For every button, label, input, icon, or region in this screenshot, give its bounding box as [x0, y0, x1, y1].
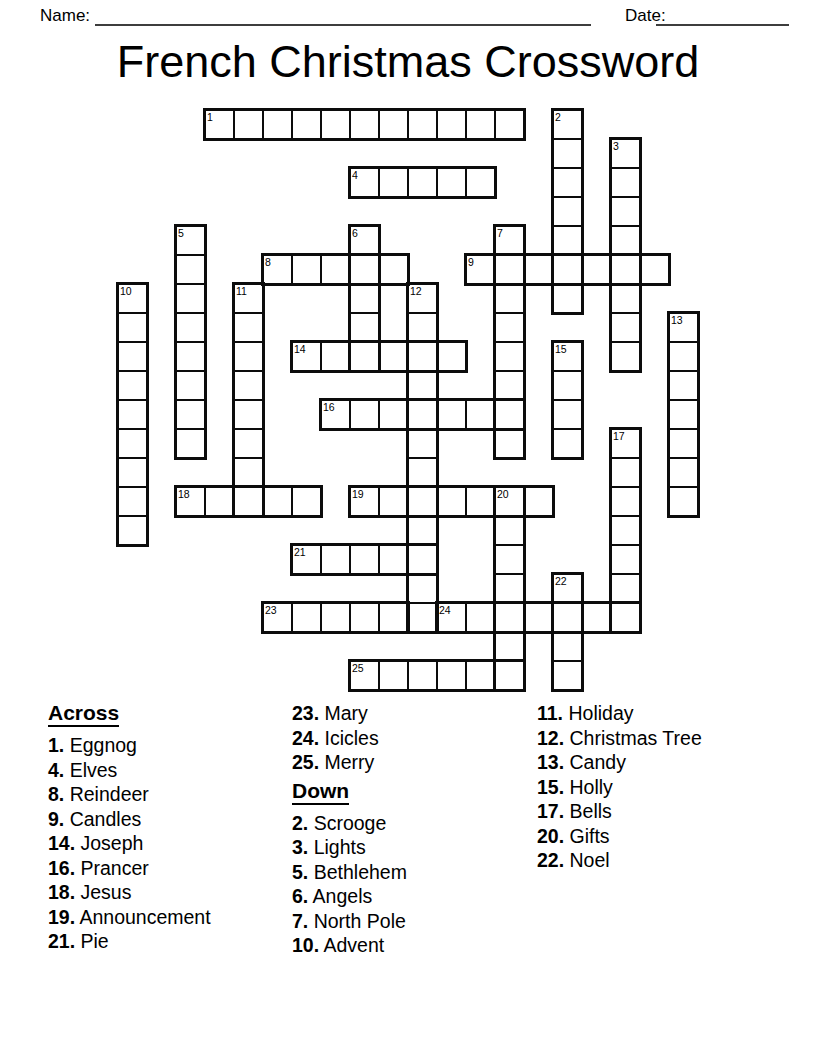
grid-cell[interactable] [175, 428, 206, 459]
clue-number: 6. [292, 885, 308, 907]
grid-cell[interactable] [349, 602, 380, 633]
grid-cell[interactable] [668, 486, 699, 517]
clue-number: 10. [292, 934, 319, 956]
clue-number: 14. [48, 832, 75, 854]
clue-14-across: 14. Joseph [48, 831, 293, 856]
grid-cell[interactable] [436, 399, 467, 430]
grid-cell[interactable] [291, 341, 322, 372]
grid-cell[interactable] [610, 167, 641, 198]
grid-cell[interactable] [407, 428, 438, 459]
clue-number: 20. [537, 825, 564, 847]
grid-cell[interactable] [378, 167, 409, 198]
grid-cell[interactable] [581, 602, 612, 633]
grid-cell[interactable] [291, 544, 322, 575]
grid-cell[interactable] [117, 515, 148, 546]
clue-number: 4. [48, 759, 64, 781]
clue-number: 8. [48, 783, 64, 805]
grid-cell[interactable] [552, 225, 583, 256]
clue-number: 5. [292, 861, 308, 883]
clue-17-down: 17. Bells [537, 799, 782, 824]
grid-cell[interactable] [552, 573, 583, 604]
grid-cell[interactable] [465, 602, 496, 633]
grid-cell[interactable] [320, 399, 351, 430]
grid-cell[interactable] [233, 370, 264, 401]
grid-cell[interactable] [378, 109, 409, 140]
grid-cell[interactable] [668, 428, 699, 459]
clue-number: 16. [48, 857, 75, 879]
grid-cell[interactable] [494, 515, 525, 546]
grid-cell[interactable] [291, 486, 322, 517]
grid-cell[interactable] [117, 486, 148, 517]
grid-cell[interactable] [494, 254, 525, 285]
clue-number: 3. [292, 836, 308, 858]
clue-number: 23. [292, 702, 319, 724]
grid-cell[interactable] [291, 109, 322, 140]
grid-cell[interactable] [465, 486, 496, 517]
grid-cell[interactable] [465, 399, 496, 430]
grid-cell[interactable] [610, 196, 641, 227]
grid-cell[interactable] [552, 283, 583, 314]
clue-21-across: 21. Pie [48, 929, 293, 954]
grid-cell[interactable] [494, 370, 525, 401]
clue-15-down: 15. Holly [537, 775, 782, 800]
grid-cell[interactable] [494, 602, 525, 633]
grid-cell[interactable] [407, 283, 438, 314]
grid-cell[interactable] [117, 283, 148, 314]
grid-cell[interactable] [349, 399, 380, 430]
clue-number: 7. [292, 910, 308, 932]
clue-number: 2. [292, 812, 308, 834]
grid-cell[interactable] [320, 341, 351, 372]
grid-cell[interactable] [552, 196, 583, 227]
grid-cell[interactable] [349, 283, 380, 314]
clue-8-across: 8. Reindeer [48, 782, 293, 807]
clue-6-down: 6. Angels [292, 884, 537, 909]
grid-cell[interactable] [117, 399, 148, 430]
grid-cell[interactable] [175, 370, 206, 401]
grid-cell[interactable] [407, 602, 438, 633]
grid-cell[interactable] [320, 254, 351, 285]
grid-cell[interactable] [494, 428, 525, 459]
grid-cell[interactable] [407, 399, 438, 430]
grid-cell[interactable] [117, 428, 148, 459]
clue-column-1: Across1. Eggnog4. Elves8. Reindeer9. Can… [48, 701, 293, 954]
grid-cell[interactable] [407, 515, 438, 546]
grid-cell[interactable] [262, 254, 293, 285]
grid-cell[interactable] [552, 660, 583, 691]
grid-cell[interactable] [407, 341, 438, 372]
grid-cell[interactable] [494, 283, 525, 314]
grid-cell[interactable] [291, 602, 322, 633]
grid-cell[interactable] [610, 341, 641, 372]
clue-10-down: 10. Advent [292, 933, 537, 958]
grid-cell[interactable] [175, 399, 206, 430]
clue-number: 19. [48, 906, 75, 928]
clue-list-header-text: Across [48, 701, 119, 727]
clue-4-across: 4. Elves [48, 758, 293, 783]
grid-cell[interactable] [610, 138, 641, 169]
grid-cell[interactable] [436, 341, 467, 372]
grid-cell[interactable] [233, 341, 264, 372]
clue-19-across: 19. Announcement [48, 905, 293, 930]
grid-cell[interactable] [378, 602, 409, 633]
grid-cell[interactable] [117, 341, 148, 372]
grid-cell[interactable] [117, 457, 148, 488]
grid-cell[interactable] [494, 631, 525, 662]
grid-cell[interactable] [436, 660, 467, 691]
grid-cell[interactable] [552, 428, 583, 459]
grid-cell[interactable] [523, 486, 554, 517]
clue-2-down: 2. Scrooge [292, 811, 537, 836]
grid-cell[interactable] [349, 341, 380, 372]
grid-cell[interactable] [262, 486, 293, 517]
clue-list-header-text: Down [292, 779, 349, 805]
grid-cell[interactable] [378, 486, 409, 517]
grid-cell[interactable] [610, 428, 641, 459]
grid-cell[interactable] [175, 283, 206, 314]
grid-cell[interactable] [610, 283, 641, 314]
clue-number: 1. [48, 734, 64, 756]
grid-cell[interactable] [610, 544, 641, 575]
clue-7-down: 7. North Pole [292, 909, 537, 934]
grid-cell[interactable] [349, 660, 380, 691]
grid-cell[interactable] [407, 167, 438, 198]
clue-25-across: 25. Merry [292, 750, 537, 775]
grid-cell[interactable] [465, 660, 496, 691]
grid-cell[interactable] [407, 312, 438, 343]
grid-cell[interactable] [436, 167, 467, 198]
clue-9-across: 9. Candles [48, 807, 293, 832]
clue-11-down: 11. Holiday [537, 701, 782, 726]
clue-number: 15. [537, 776, 564, 798]
clue-number: 24. [292, 727, 319, 749]
grid-cell[interactable] [581, 254, 612, 285]
grid-cell[interactable] [349, 225, 380, 256]
clue-22-down: 22. Noel [537, 848, 782, 873]
clue-number: 22. [537, 849, 564, 871]
grid-cell[interactable] [436, 109, 467, 140]
grid-cell[interactable] [378, 544, 409, 575]
grid-cell[interactable] [494, 544, 525, 575]
grid-cell[interactable] [436, 486, 467, 517]
grid-cell[interactable] [494, 486, 525, 517]
grid-cell[interactable] [349, 254, 380, 285]
grid-cell[interactable] [349, 544, 380, 575]
clue-number: 21. [48, 930, 75, 952]
clue-column-3: 11. Holiday12. Christmas Tree13. Candy15… [537, 701, 782, 873]
grid-cell[interactable] [233, 457, 264, 488]
grid-cell[interactable] [175, 486, 206, 517]
grid-cell[interactable] [668, 457, 699, 488]
grid-cell[interactable] [320, 602, 351, 633]
grid-cell[interactable] [552, 167, 583, 198]
grid-cell[interactable] [407, 486, 438, 517]
grid-cell[interactable] [349, 109, 380, 140]
grid-cell[interactable] [233, 428, 264, 459]
grid-cell[interactable] [175, 341, 206, 372]
clue-16-across: 16. Prancer [48, 856, 293, 881]
grid-cell[interactable] [465, 167, 496, 198]
clue-number: 11. [537, 702, 563, 724]
grid-cell[interactable] [378, 660, 409, 691]
grid-cell[interactable] [233, 399, 264, 430]
grid-cell[interactable] [175, 225, 206, 256]
grid-cell[interactable] [494, 312, 525, 343]
grid-cell[interactable] [523, 254, 554, 285]
grid-cell[interactable] [378, 254, 409, 285]
grid-cell[interactable] [349, 486, 380, 517]
grid-cell[interactable] [552, 109, 583, 140]
grid-cell[interactable] [175, 312, 206, 343]
grid-cell[interactable] [117, 312, 148, 343]
clue-23-across: 23. Mary [292, 701, 537, 726]
grid-cell[interactable] [204, 109, 235, 140]
grid-cell[interactable] [494, 109, 525, 140]
grid-cell[interactable] [494, 660, 525, 691]
clue-number: 9. [48, 808, 64, 830]
crossword-grid: 1489141618192123242523567101112131517202… [0, 0, 816, 700]
grid-cell[interactable] [494, 341, 525, 372]
grid-cell[interactable] [610, 312, 641, 343]
grid-cell[interactable] [407, 370, 438, 401]
grid-cell[interactable] [494, 225, 525, 256]
grid-cell[interactable] [349, 312, 380, 343]
grid-cell[interactable] [552, 602, 583, 633]
clue-5-down: 5. Bethlehem [292, 860, 537, 885]
grid-cell[interactable] [204, 486, 235, 517]
grid-cell[interactable] [407, 573, 438, 604]
grid-cell[interactable] [233, 486, 264, 517]
clue-24-across: 24. Icicles [292, 726, 537, 751]
grid-cell[interactable] [233, 283, 264, 314]
grid-cell[interactable] [320, 109, 351, 140]
grid-cell[interactable] [610, 515, 641, 546]
clue-12-down: 12. Christmas Tree [537, 726, 782, 751]
grid-cell[interactable] [233, 312, 264, 343]
grid-cell[interactable] [378, 341, 409, 372]
grid-cell[interactable] [407, 660, 438, 691]
grid-cell[interactable] [436, 602, 467, 633]
clue-number: 25. [292, 751, 319, 773]
clue-number: 17. [537, 800, 564, 822]
grid-cell[interactable] [349, 167, 380, 198]
grid-cell[interactable] [552, 341, 583, 372]
grid-cell[interactable] [494, 573, 525, 604]
grid-cell[interactable] [175, 254, 206, 285]
clue-20-down: 20. Gifts [537, 824, 782, 849]
clue-list-header-across: Across [48, 701, 293, 725]
grid-cell[interactable] [668, 370, 699, 401]
grid-cell[interactable] [552, 370, 583, 401]
clue-number: 12. [537, 727, 564, 749]
grid-cell[interactable] [320, 544, 351, 575]
grid-cell[interactable] [465, 254, 496, 285]
grid-cell[interactable] [407, 457, 438, 488]
grid-cell[interactable] [407, 544, 438, 575]
grid-cell[interactable] [465, 109, 496, 140]
grid-cell[interactable] [291, 254, 322, 285]
grid-cell[interactable] [552, 254, 583, 285]
grid-cell[interactable] [552, 138, 583, 169]
grid-cell[interactable] [610, 486, 641, 517]
clue-list-header-down: Down [292, 779, 537, 803]
clue-13-down: 13. Candy [537, 750, 782, 775]
clue-column-2: 23. Mary24. Icicles25. MerryDown2. Scroo… [292, 701, 537, 958]
clue-3-down: 3. Lights [292, 835, 537, 860]
grid-cell[interactable] [610, 225, 641, 256]
grid-cell[interactable] [610, 602, 641, 633]
grid-cell[interactable] [639, 254, 670, 285]
grid-cell[interactable] [262, 602, 293, 633]
grid-cell[interactable] [117, 370, 148, 401]
grid-cell[interactable] [668, 341, 699, 372]
grid-cell[interactable] [610, 254, 641, 285]
worksheet-page: { "game": "crossword", "header": { "name… [0, 0, 816, 1056]
clue-1-across: 1. Eggnog [48, 733, 293, 758]
grid-cell[interactable] [523, 602, 554, 633]
grid-cell[interactable] [668, 399, 699, 430]
grid-cell[interactable] [407, 109, 438, 140]
grid-cell[interactable] [610, 457, 641, 488]
grid-cell[interactable] [494, 399, 525, 430]
grid-cell[interactable] [378, 399, 409, 430]
grid-cell[interactable] [668, 312, 699, 343]
grid-cell[interactable] [552, 631, 583, 662]
grid-cell[interactable] [262, 109, 293, 140]
grid-cell[interactable] [610, 573, 641, 604]
clue-18-across: 18. Jesus [48, 880, 293, 905]
clue-number: 18. [48, 881, 75, 903]
grid-cell[interactable] [552, 399, 583, 430]
clue-number: 13. [537, 751, 564, 773]
grid-cell[interactable] [233, 109, 264, 140]
